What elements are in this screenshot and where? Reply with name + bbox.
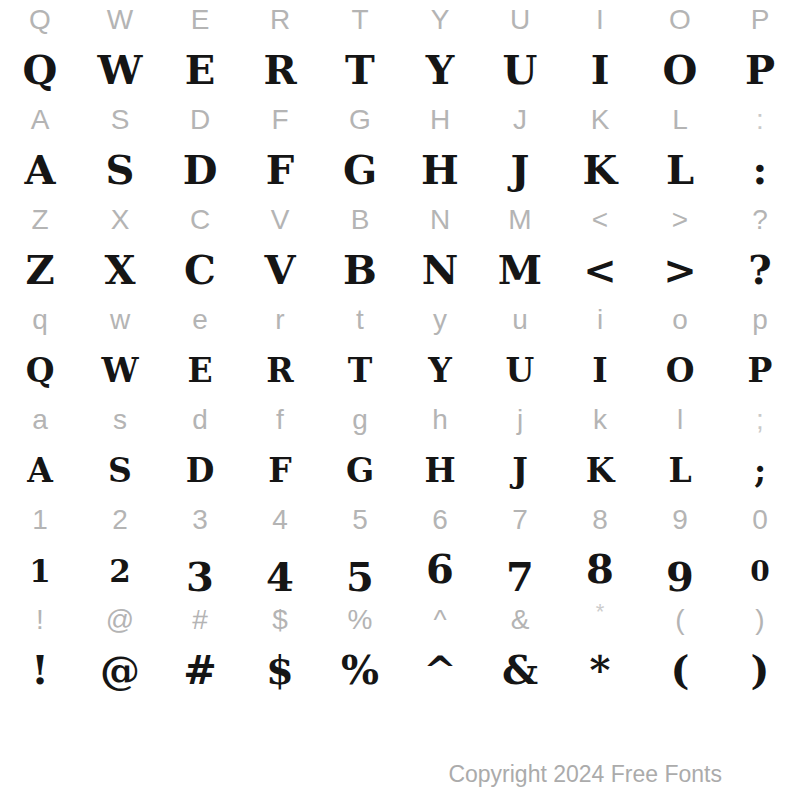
glyph: I xyxy=(592,351,607,390)
glyph-cell: P xyxy=(720,350,800,400)
glyph: T xyxy=(345,46,375,93)
glyph: 1 xyxy=(32,504,48,536)
glyph: I xyxy=(591,46,610,93)
glyph: s xyxy=(113,404,127,436)
glyph-cell: 1 xyxy=(0,550,80,600)
glyph-cell: D xyxy=(160,150,240,200)
glyph-cell: M xyxy=(480,250,560,300)
glyph-cell: j xyxy=(480,400,560,450)
glyph-cell: % xyxy=(320,650,400,700)
glyph-cell: < xyxy=(560,200,640,250)
glyph-cell: ^ xyxy=(400,600,480,650)
glyph-cell: l xyxy=(640,400,720,450)
glyph: A xyxy=(27,451,53,490)
glyph: H xyxy=(424,451,455,490)
glyph: & xyxy=(502,646,538,693)
glyph-cell: J xyxy=(480,150,560,200)
glyph: 4 xyxy=(266,553,294,600)
glyph: $ xyxy=(266,646,294,693)
glyph-cell: 2 xyxy=(80,500,160,550)
glyph: q xyxy=(32,304,48,336)
glyph-cell: 4 xyxy=(240,500,320,550)
glyph: > xyxy=(672,204,688,236)
glyph-cell: : xyxy=(720,150,800,200)
glyph: < xyxy=(592,204,608,236)
glyph-cell: R xyxy=(240,350,320,400)
glyph: ? xyxy=(748,246,771,293)
glyph: 3 xyxy=(186,553,214,600)
glyph-cell: 6 xyxy=(400,500,480,550)
font-specimen-sheet: QWERTYUIOPQWERTYUIOPASDFGHJKL:ASDFGHJKL:… xyxy=(0,0,800,800)
glyph-cell: R xyxy=(240,0,320,50)
glyph-cell: * xyxy=(560,600,640,650)
glyph-cell: R xyxy=(240,50,320,100)
glyph-cell: y xyxy=(400,300,480,350)
glyph-cell: w xyxy=(80,300,160,350)
glyph-cell: D xyxy=(160,450,240,500)
glyph-cell: K xyxy=(560,150,640,200)
glyph-cell: @ xyxy=(80,600,160,650)
glyph-cell: J xyxy=(480,450,560,500)
glyph-cell: C xyxy=(160,200,240,250)
glyph-cell: # xyxy=(160,600,240,650)
glyph: # xyxy=(183,646,217,693)
glyph-cell: I xyxy=(560,350,640,400)
glyph: W xyxy=(98,46,143,93)
glyph-cell: V xyxy=(240,200,320,250)
glyph: R xyxy=(266,351,293,390)
glyph-cell: L xyxy=(640,150,720,200)
glyph-cell: P xyxy=(720,50,800,100)
glyph: D xyxy=(186,451,215,490)
glyph: B xyxy=(351,204,370,236)
glyph-cell: ( xyxy=(640,600,720,650)
glyph: 7 xyxy=(512,504,528,536)
glyph: C xyxy=(190,204,210,236)
glyph-cell: k xyxy=(560,400,640,450)
glyph-cell: Z xyxy=(0,200,80,250)
glyph: Q xyxy=(29,4,51,36)
glyph: 6 xyxy=(426,545,454,592)
glyph: 3 xyxy=(192,504,208,536)
glyph-cell: Y xyxy=(400,50,480,100)
glyph: 8 xyxy=(592,504,608,536)
glyph: H xyxy=(430,104,450,136)
glyph: 0 xyxy=(752,504,768,536)
glyph-cell: S xyxy=(80,450,160,500)
glyph: 2 xyxy=(112,504,128,536)
glyph-cell: I xyxy=(560,0,640,50)
glyph-cell: A xyxy=(0,450,80,500)
glyph-cell: S xyxy=(80,150,160,200)
glyph: O xyxy=(666,351,695,390)
glyph-cell: f xyxy=(240,400,320,450)
glyph: Z xyxy=(25,246,54,293)
glyph: J xyxy=(513,104,527,136)
glyph-cell: ) xyxy=(720,650,800,700)
glyph: S xyxy=(106,146,135,193)
glyph-cell: J xyxy=(480,100,560,150)
glyph: ) xyxy=(751,646,770,693)
glyph: y xyxy=(433,304,447,336)
glyph: * xyxy=(590,646,611,693)
glyph: * xyxy=(596,599,605,625)
glyph: f xyxy=(276,404,284,436)
glyph: K xyxy=(591,104,610,136)
glyph-cell: h xyxy=(400,400,480,450)
glyph: 9 xyxy=(666,553,694,600)
glyph: ^ xyxy=(433,604,446,636)
row-bottom-caps-serif: ZXCVBNM<>? xyxy=(0,250,800,300)
glyph: A xyxy=(31,104,50,136)
glyph-cell: Z xyxy=(0,250,80,300)
glyph: S xyxy=(111,104,130,136)
glyph: $ xyxy=(272,604,288,636)
glyph: 9 xyxy=(672,504,688,536)
glyph-cell: < xyxy=(560,250,640,300)
glyph: E xyxy=(185,46,216,93)
glyph: T xyxy=(348,351,373,390)
glyph-cell: N xyxy=(400,250,480,300)
glyph: W xyxy=(107,4,133,36)
glyph: @ xyxy=(100,646,140,693)
row-qwerty-caps-gray: QWERTYUIOP xyxy=(0,0,800,50)
glyph: g xyxy=(352,404,368,436)
glyph: B xyxy=(343,246,377,293)
glyph-cell: p xyxy=(720,300,800,350)
glyph-cell: K xyxy=(560,450,640,500)
glyph-cell: 8 xyxy=(560,550,640,600)
row-symbols-gray: !@#$%^&*() xyxy=(0,600,800,650)
glyph-cell: > xyxy=(640,200,720,250)
glyph: V xyxy=(271,204,290,236)
glyph-cell: u xyxy=(480,300,560,350)
glyph: O xyxy=(663,46,698,93)
glyph: o xyxy=(672,304,688,336)
glyph-cell: ! xyxy=(0,600,80,650)
glyph: G xyxy=(343,146,377,193)
glyph: C xyxy=(184,246,216,293)
glyph-cell: @ xyxy=(80,650,160,700)
glyph-cell: 5 xyxy=(320,550,400,600)
glyph: t xyxy=(356,304,364,336)
glyph-cell: Q xyxy=(0,50,80,100)
glyph-cell: 3 xyxy=(160,500,240,550)
glyph: P xyxy=(748,351,773,390)
glyph-cell: Y xyxy=(400,350,480,400)
glyph-cell: 3 xyxy=(160,550,240,600)
glyph-cell: 4 xyxy=(240,550,320,600)
glyph: # xyxy=(192,604,208,636)
glyph: U xyxy=(506,351,535,390)
glyph: R xyxy=(270,4,290,36)
glyph: F xyxy=(266,146,294,193)
glyph-cell: ; xyxy=(720,450,800,500)
glyph-cell: s xyxy=(80,400,160,450)
glyph: ! xyxy=(31,646,49,693)
glyph: W xyxy=(101,351,138,390)
glyph-cell: > xyxy=(640,250,720,300)
glyph-cell: U xyxy=(480,350,560,400)
glyph-cell: ) xyxy=(720,600,800,650)
glyph-cell: 9 xyxy=(640,500,720,550)
glyph-cell: E xyxy=(160,50,240,100)
glyph: w xyxy=(110,304,130,336)
glyph: r xyxy=(275,304,284,336)
glyph-cell: U xyxy=(480,0,560,50)
glyph-cell: U xyxy=(480,50,560,100)
glyph: E xyxy=(191,4,210,36)
glyph-cell: r xyxy=(240,300,320,350)
glyph-cell: X xyxy=(80,250,160,300)
glyph: Q xyxy=(26,351,55,390)
glyph: K xyxy=(586,451,615,490)
glyph-cell: H xyxy=(400,100,480,150)
glyph: % xyxy=(348,604,373,636)
glyph: ^ xyxy=(423,646,457,693)
glyph-cell: ; xyxy=(720,400,800,450)
glyph-cell: & xyxy=(480,600,560,650)
glyph: D xyxy=(190,104,210,136)
glyph: J xyxy=(511,146,530,193)
glyph: ! xyxy=(36,604,44,636)
glyph-cell: P xyxy=(720,0,800,50)
glyph: O xyxy=(669,4,691,36)
glyph: R xyxy=(263,46,296,93)
glyph: D xyxy=(183,146,218,193)
glyph: V xyxy=(264,246,295,293)
glyph: P xyxy=(745,46,775,93)
glyph-cell: G xyxy=(320,450,400,500)
glyph-cell: 1 xyxy=(0,500,80,550)
glyph: M xyxy=(498,246,542,293)
glyph: G xyxy=(349,104,371,136)
glyph-cell: 6 xyxy=(400,550,480,600)
glyph: X xyxy=(104,246,135,293)
glyph-cell: : xyxy=(720,100,800,150)
glyph-cell: H xyxy=(400,150,480,200)
glyph: N xyxy=(430,204,450,236)
glyph-cell: ^ xyxy=(400,650,480,700)
glyph-cell: W xyxy=(80,350,160,400)
glyph-cell: F xyxy=(240,450,320,500)
glyph-cell: G xyxy=(320,150,400,200)
glyph-cell: $ xyxy=(240,650,320,700)
glyph: P xyxy=(751,4,770,36)
glyph: M xyxy=(508,204,531,236)
row-qwerty-lower-gray: qwertyuiop xyxy=(0,300,800,350)
glyph-cell: L xyxy=(640,450,720,500)
glyph-cell: O xyxy=(640,50,720,100)
glyph: L xyxy=(666,146,694,193)
character-grid: QWERTYUIOPQWERTYUIOPASDFGHJKL:ASDFGHJKL:… xyxy=(0,0,800,700)
glyph: T xyxy=(351,4,368,36)
row-qwerty-caps-serif: QWERTYUIOP xyxy=(0,50,800,100)
glyph: S xyxy=(108,451,132,490)
glyph-cell: 5 xyxy=(320,500,400,550)
row-home-caps-gray: ASDFGHJKL: xyxy=(0,100,800,150)
glyph-cell: L xyxy=(640,100,720,150)
glyph-cell: ! xyxy=(0,650,80,700)
glyph: ) xyxy=(755,604,764,636)
glyph-cell: M xyxy=(480,200,560,250)
glyph-cell: o xyxy=(640,300,720,350)
glyph: p xyxy=(752,304,768,336)
row-digits-gray: 1234567890 xyxy=(0,500,800,550)
glyph: Q xyxy=(23,46,58,93)
glyph-cell: g xyxy=(320,400,400,450)
glyph-cell: D xyxy=(160,100,240,150)
glyph-cell: 8 xyxy=(560,500,640,550)
glyph: Y xyxy=(431,4,450,36)
glyph-cell: N xyxy=(400,200,480,250)
glyph-cell: ( xyxy=(640,650,720,700)
glyph: ; xyxy=(756,404,764,436)
glyph-cell: B xyxy=(320,200,400,250)
glyph: : xyxy=(753,146,768,193)
glyph: k xyxy=(593,404,607,436)
glyph: : xyxy=(756,104,764,136)
row-bottom-caps-gray: ZXCVBNM<>? xyxy=(0,200,800,250)
glyph: F xyxy=(271,104,288,136)
glyph: j xyxy=(517,404,523,436)
glyph-cell: # xyxy=(160,650,240,700)
glyph: Y xyxy=(426,46,455,93)
glyph-cell: T xyxy=(320,50,400,100)
glyph-cell: F xyxy=(240,100,320,150)
glyph: F xyxy=(268,451,291,490)
glyph-cell: $ xyxy=(240,600,320,650)
glyph: X xyxy=(111,204,130,236)
glyph-cell: & xyxy=(480,650,560,700)
glyph-cell: E xyxy=(160,350,240,400)
glyph: 8 xyxy=(586,545,614,592)
glyph: u xyxy=(512,304,528,336)
glyph: H xyxy=(421,146,459,193)
glyph: a xyxy=(32,404,48,436)
glyph-cell: A xyxy=(0,100,80,150)
glyph-cell: e xyxy=(160,300,240,350)
glyph-cell: Q xyxy=(0,0,80,50)
glyph-cell: 0 xyxy=(720,550,800,600)
glyph-cell: a xyxy=(0,400,80,450)
glyph: ( xyxy=(671,646,690,693)
glyph-cell: ? xyxy=(720,250,800,300)
glyph-cell: G xyxy=(320,100,400,150)
glyph-cell: 7 xyxy=(480,500,560,550)
glyph-cell: O xyxy=(640,0,720,50)
glyph: < xyxy=(583,246,617,293)
glyph: @ xyxy=(106,604,134,636)
glyph-cell: d xyxy=(160,400,240,450)
glyph-cell: B xyxy=(320,250,400,300)
glyph: ? xyxy=(752,204,768,236)
glyph-cell: 2 xyxy=(80,550,160,600)
glyph: 5 xyxy=(352,504,368,536)
glyph: L xyxy=(668,451,691,490)
glyph-cell: I xyxy=(560,50,640,100)
glyph-cell: 0 xyxy=(720,500,800,550)
glyph: 1 xyxy=(29,553,51,589)
glyph: L xyxy=(672,104,688,136)
glyph-cell: W xyxy=(80,0,160,50)
row-home-lower-gray: asdfghjkl; xyxy=(0,400,800,450)
glyph: & xyxy=(511,604,530,636)
glyph-cell: C xyxy=(160,250,240,300)
row-symbols-serif: !@#$%^&*() xyxy=(0,650,800,700)
glyph: % xyxy=(341,646,379,693)
glyph: I xyxy=(596,4,604,36)
glyph: l xyxy=(677,404,683,436)
glyph: > xyxy=(663,246,697,293)
copyright-text: Copyright 2024 Free Fonts xyxy=(448,761,722,788)
glyph-cell: K xyxy=(560,100,640,150)
glyph: E xyxy=(187,351,212,390)
glyph: d xyxy=(192,404,208,436)
glyph: i xyxy=(597,304,603,336)
glyph: e xyxy=(192,304,208,336)
glyph-cell: F xyxy=(240,150,320,200)
glyph: U xyxy=(503,46,538,93)
glyph: ( xyxy=(675,604,684,636)
glyph-cell: T xyxy=(320,350,400,400)
glyph: 0 xyxy=(750,555,769,588)
glyph-cell: 7 xyxy=(480,550,560,600)
glyph: G xyxy=(346,451,374,490)
glyph: J xyxy=(512,451,528,490)
row-digits-oldstyle-serif: 1234567890 xyxy=(0,550,800,600)
glyph: h xyxy=(432,404,448,436)
glyph-cell: W xyxy=(80,50,160,100)
glyph-cell: A xyxy=(0,150,80,200)
glyph: N xyxy=(422,246,459,293)
glyph: 6 xyxy=(432,504,448,536)
row-home-caps-serif: ASDFGHJKL: xyxy=(0,150,800,200)
glyph: 4 xyxy=(272,504,288,536)
glyph: ; xyxy=(754,451,766,490)
row-qwerty-smallcaps-serif: QWERTYUIOP xyxy=(0,350,800,400)
glyph: K xyxy=(583,146,618,193)
glyph-cell: Q xyxy=(0,350,80,400)
glyph-cell: 9 xyxy=(640,550,720,600)
glyph-cell: q xyxy=(0,300,80,350)
glyph-cell: V xyxy=(240,250,320,300)
glyph: 7 xyxy=(506,553,534,600)
glyph-cell: Y xyxy=(400,0,480,50)
glyph: U xyxy=(510,4,530,36)
glyph-cell: % xyxy=(320,600,400,650)
glyph-cell: i xyxy=(560,300,640,350)
glyph: A xyxy=(24,146,55,193)
glyph-cell: T xyxy=(320,0,400,50)
row-home-smallcaps-serif: ASDFGHJKL; xyxy=(0,450,800,500)
glyph: Z xyxy=(31,204,48,236)
glyph-cell: X xyxy=(80,200,160,250)
glyph-cell: ? xyxy=(720,200,800,250)
glyph: Y xyxy=(428,351,452,390)
glyph: 5 xyxy=(346,553,374,600)
glyph-cell: t xyxy=(320,300,400,350)
glyph-cell: S xyxy=(80,100,160,150)
glyph: 2 xyxy=(109,553,131,589)
glyph-cell: * xyxy=(560,650,640,700)
glyph-cell: H xyxy=(400,450,480,500)
glyph-cell: E xyxy=(160,0,240,50)
glyph-cell: O xyxy=(640,350,720,400)
